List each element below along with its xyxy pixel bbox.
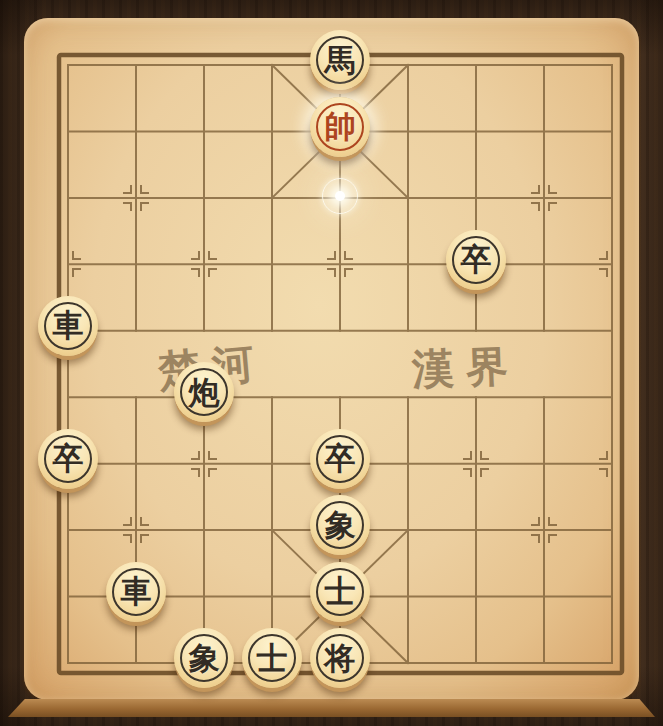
piece-black-general[interactable]: 将 (310, 628, 370, 688)
piece-red-general[interactable]: 帥 (310, 97, 370, 157)
piece-black-soldier[interactable]: 卒 (38, 429, 98, 489)
piece-glyph: 車 (53, 310, 84, 341)
piece-black-cannon[interactable]: 炮 (174, 362, 234, 422)
piece-glyph: 馬 (325, 45, 356, 76)
piece-glyph: 卒 (53, 443, 84, 474)
piece-glyph: 士 (325, 576, 356, 607)
piece-glyph: 車 (121, 576, 152, 607)
piece-glyph: 象 (189, 643, 220, 674)
piece-glyph: 卒 (461, 244, 492, 275)
piece-glyph: 帥 (325, 111, 356, 142)
piece-glyph: 卒 (325, 443, 356, 474)
piece-black-elephant[interactable]: 象 (174, 628, 234, 688)
piece-black-horse[interactable]: 馬 (310, 30, 370, 90)
piece-black-soldier[interactable]: 卒 (446, 230, 506, 290)
piece-black-soldier[interactable]: 卒 (310, 429, 370, 489)
xiangqi-app: 楚河 漢界 馬帥卒車炮卒卒象車士象士将 (0, 0, 663, 726)
piece-glyph: 士 (257, 643, 288, 674)
piece-black-chariot[interactable]: 車 (38, 296, 98, 356)
piece-black-elephant[interactable]: 象 (310, 495, 370, 555)
piece-glyph: 将 (325, 643, 356, 674)
piece-glyph: 炮 (189, 377, 220, 408)
piece-glyph: 象 (325, 510, 356, 541)
piece-black-chariot[interactable]: 車 (106, 562, 166, 622)
pieces-grid: 馬帥卒車炮卒卒象車士象士将 (34, 32, 646, 696)
piece-black-advisor[interactable]: 士 (310, 562, 370, 622)
move-target-sparkle (321, 177, 359, 215)
piece-black-advisor[interactable]: 士 (242, 628, 302, 688)
